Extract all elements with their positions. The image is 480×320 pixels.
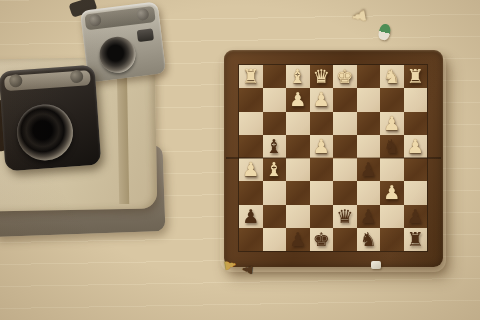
photo-vignette	[0, 0, 480, 320]
tabletop-photo: ♜♝♛♚♞♜♟♟♟♝♟♞♟♟♝♟♟♟♛♟♟♟♚♞♜ ♟ ♟ ♟	[0, 0, 480, 320]
